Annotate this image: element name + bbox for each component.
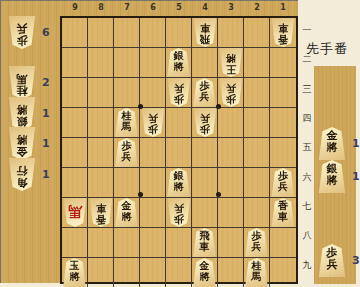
piece-kanji: 香 xyxy=(278,34,288,45)
piece-kanji: 車 xyxy=(200,23,210,34)
board-cell-15[interactable] xyxy=(270,138,296,168)
board-cell-72[interactable] xyxy=(114,48,140,78)
piece-kanji: 歩 xyxy=(278,170,288,181)
gote-hand-count-N: 2 xyxy=(42,76,50,89)
sente-hand-piece-S[interactable]: 銀將 xyxy=(318,160,346,193)
piece-kanji: 兵 xyxy=(122,151,132,162)
board-cell-79[interactable] xyxy=(114,258,140,287)
board-piece-97[interactable]: 馬 xyxy=(63,198,87,227)
sente-hand-count-P: 3 xyxy=(352,254,360,267)
board-cell-99[interactable]: 玉將 xyxy=(62,258,88,287)
board-cell-41[interactable]: 飛車 xyxy=(192,18,218,48)
board-piece-32[interactable]: 王將 xyxy=(219,48,243,77)
board-cell-39[interactable] xyxy=(218,258,244,287)
gote-hand-count-G: 1 xyxy=(42,137,50,150)
piece-kanji: 角 xyxy=(17,176,28,188)
piece-kanji: 兵 xyxy=(174,83,184,94)
board-cell-61[interactable] xyxy=(140,18,166,48)
board-piece-17[interactable]: 香車 xyxy=(271,198,295,227)
board-cell-54[interactable] xyxy=(166,108,192,138)
board-cell-35[interactable] xyxy=(218,138,244,168)
file-label: 6 xyxy=(140,3,166,12)
board-cell-32[interactable]: 王將 xyxy=(218,48,244,78)
rank-label: 六 xyxy=(300,163,314,192)
rank-label: 三 xyxy=(300,75,314,104)
piece-kanji: 香 xyxy=(278,200,288,211)
gote-hand-piece-P[interactable]: 歩兵 xyxy=(8,16,36,49)
piece-kanji: 馬 xyxy=(17,72,28,84)
board-piece-87[interactable]: 香車 xyxy=(89,198,113,227)
board-cell-27[interactable] xyxy=(244,198,270,228)
board-cell-33[interactable]: 歩兵 xyxy=(218,78,244,108)
board-piece-28[interactable]: 歩兵 xyxy=(245,228,269,257)
board-piece-44[interactable]: 歩兵 xyxy=(193,108,217,137)
board-piece-16[interactable]: 歩兵 xyxy=(271,168,295,197)
board-cell-87[interactable]: 香車 xyxy=(88,198,114,228)
gote-hand-tray: 歩兵6桂馬2銀將1金將1角行1 xyxy=(8,0,62,287)
board-cell-75[interactable]: 歩兵 xyxy=(114,138,140,168)
piece-kanji: 金 xyxy=(122,200,132,211)
board-cell-83[interactable] xyxy=(88,78,114,108)
piece-kanji: 王 xyxy=(226,64,236,75)
board-piece-11[interactable]: 香車 xyxy=(271,18,295,47)
board-cell-37[interactable] xyxy=(218,198,244,228)
piece-kanji: 銀 xyxy=(17,115,28,127)
board-cell-63[interactable] xyxy=(140,78,166,108)
board-cell-73[interactable] xyxy=(114,78,140,108)
board-cell-77[interactable]: 金將 xyxy=(114,198,140,228)
file-label: 4 xyxy=(192,3,218,12)
rank-label: 九 xyxy=(300,251,314,280)
board-cell-52[interactable]: 銀將 xyxy=(166,48,192,78)
board-cell-29[interactable]: 桂馬 xyxy=(244,258,270,287)
sente-hand-count-S: 1 xyxy=(352,170,360,183)
piece-kanji: 車 xyxy=(96,203,106,214)
board-cell-53[interactable]: 歩兵 xyxy=(166,78,192,108)
board-cell-45[interactable] xyxy=(192,138,218,168)
rank-label: 五 xyxy=(300,133,314,162)
board-cell-38[interactable] xyxy=(218,228,244,258)
piece-kanji: 歩 xyxy=(226,94,236,105)
board-piece-41[interactable]: 飛車 xyxy=(193,18,217,47)
piece-kanji: 兵 xyxy=(327,259,338,271)
piece-kanji: 車 xyxy=(278,211,288,222)
board-cell-64[interactable]: 歩兵 xyxy=(140,108,166,138)
board-cell-97[interactable]: 馬 xyxy=(62,198,88,228)
piece-kanji: 兵 xyxy=(17,22,28,34)
piece-kanji: 馬 xyxy=(252,271,262,282)
board-cell-12[interactable] xyxy=(270,48,296,78)
board-cell-96[interactable] xyxy=(62,168,88,198)
file-label: 7 xyxy=(114,3,140,12)
board-cell-95[interactable] xyxy=(62,138,88,168)
board-cell-57[interactable]: 歩兵 xyxy=(166,198,192,228)
gote-hand-piece-N[interactable]: 桂馬 xyxy=(8,66,36,99)
board-piece-99[interactable]: 玉將 xyxy=(63,258,87,287)
board-cell-86[interactable] xyxy=(88,168,114,198)
file-label: 2 xyxy=(244,3,270,12)
board-cell-65[interactable] xyxy=(140,138,166,168)
hoshi-dot xyxy=(216,192,221,197)
piece-kanji: 兵 xyxy=(200,91,210,102)
board-cell-58[interactable] xyxy=(166,228,192,258)
gote-hand-piece-B[interactable]: 角行 xyxy=(8,158,36,191)
piece-kanji: 歩 xyxy=(174,94,184,105)
piece-kanji: 桂 xyxy=(17,84,28,96)
piece-kanji: 兵 xyxy=(226,83,236,94)
piece-kanji: 行 xyxy=(17,164,28,176)
piece-kanji: 車 xyxy=(278,23,288,34)
board-cell-42[interactable] xyxy=(192,48,218,78)
piece-kanji: 歩 xyxy=(200,124,210,135)
piece-kanji: 馬 xyxy=(122,121,132,132)
board-cell-94[interactable] xyxy=(62,108,88,138)
file-label: 1 xyxy=(270,3,296,12)
board-piece-74[interactable]: 桂馬 xyxy=(115,108,139,137)
gote-hand-slot-B: 角行1 xyxy=(8,158,50,191)
piece-kanji: 桂 xyxy=(122,110,132,121)
board-piece-43[interactable]: 歩兵 xyxy=(193,78,217,107)
piece-kanji: 馬 xyxy=(68,204,82,219)
gote-hand-piece-G[interactable]: 金將 xyxy=(8,127,36,160)
file-label: 5 xyxy=(166,3,192,12)
board-cell-56[interactable]: 銀將 xyxy=(166,168,192,198)
board-cell-71[interactable] xyxy=(114,18,140,48)
board-cell-18[interactable] xyxy=(270,228,296,258)
gote-hand-slot-S: 銀將1 xyxy=(8,97,50,130)
board-cell-17[interactable]: 香車 xyxy=(270,198,296,228)
shogi-app-window: 987654321 一二三四五六七八九 先手番 飛車香車銀將王將歩兵歩兵歩兵桂馬… xyxy=(0,0,360,287)
board-cell-43[interactable]: 歩兵 xyxy=(192,78,218,108)
board-cell-21[interactable] xyxy=(244,18,270,48)
board-cell-91[interactable] xyxy=(62,18,88,48)
piece-kanji: 將 xyxy=(174,181,184,192)
piece-kanji: 歩 xyxy=(252,230,262,241)
board-piece-75[interactable]: 歩兵 xyxy=(115,138,139,167)
shogi-board: 飛車香車銀將王將歩兵歩兵歩兵桂馬歩兵歩兵歩兵銀將歩兵馬香車金將歩兵香車飛車歩兵玉… xyxy=(60,16,298,284)
piece-kanji: 兵 xyxy=(200,113,210,124)
board-cell-24[interactable] xyxy=(244,108,270,138)
board-cell-22[interactable] xyxy=(244,48,270,78)
board-cell-47[interactable] xyxy=(192,198,218,228)
board-cell-93[interactable] xyxy=(62,78,88,108)
board-piece-53[interactable]: 歩兵 xyxy=(167,78,191,107)
board-cell-44[interactable]: 歩兵 xyxy=(192,108,218,138)
piece-kanji: 飛 xyxy=(200,34,210,45)
board-cell-89[interactable] xyxy=(88,258,114,287)
board-piece-49[interactable]: 金將 xyxy=(193,258,217,287)
board-piece-57[interactable]: 歩兵 xyxy=(167,198,191,227)
board-cell-68[interactable] xyxy=(140,228,166,258)
piece-kanji: 將 xyxy=(17,133,28,145)
piece-kanji: 玉 xyxy=(70,260,80,271)
piece-kanji: 歩 xyxy=(148,124,158,135)
piece-kanji: 將 xyxy=(70,271,80,282)
board-cell-49[interactable]: 金將 xyxy=(192,258,218,287)
piece-kanji: 車 xyxy=(200,241,210,252)
piece-kanji: 銀 xyxy=(174,50,184,61)
sente-hand-piece-G[interactable]: 金將 xyxy=(318,127,346,160)
gote-hand-slot-N: 桂馬2 xyxy=(8,66,50,99)
board-cell-69[interactable] xyxy=(140,258,166,287)
piece-kanji: 歩 xyxy=(122,140,132,151)
rank-label: 四 xyxy=(300,104,314,133)
gote-hand-count-B: 1 xyxy=(42,168,50,181)
board-cell-98[interactable] xyxy=(62,228,88,258)
piece-kanji: 金 xyxy=(200,260,210,271)
piece-kanji: 飛 xyxy=(200,230,210,241)
gote-hand-slot-G: 金將1 xyxy=(8,127,50,160)
hoshi-dot xyxy=(138,104,143,109)
sente-hand-slot-P: 歩兵3 xyxy=(318,244,360,277)
rank-label: 八 xyxy=(300,221,314,250)
board-cell-82[interactable] xyxy=(88,48,114,78)
piece-kanji: 香 xyxy=(96,214,106,225)
piece-kanji: 歩 xyxy=(174,214,184,225)
board-piece-64[interactable]: 歩兵 xyxy=(141,108,165,137)
gote-hand-slot-P: 歩兵6 xyxy=(8,16,50,49)
board-cell-28[interactable]: 歩兵 xyxy=(244,228,270,258)
board-cell-46[interactable] xyxy=(192,168,218,198)
piece-kanji: 將 xyxy=(122,211,132,222)
piece-kanji: 將 xyxy=(327,175,338,187)
piece-kanji: 歩 xyxy=(17,34,28,46)
board-cell-88[interactable] xyxy=(88,228,114,258)
board-cell-76[interactable] xyxy=(114,168,140,198)
file-label: 3 xyxy=(218,3,244,12)
board-cell-85[interactable] xyxy=(88,138,114,168)
board-cell-78[interactable] xyxy=(114,228,140,258)
piece-kanji: 兵 xyxy=(174,203,184,214)
board-piece-33[interactable]: 歩兵 xyxy=(219,78,243,107)
sente-hand-piece-P[interactable]: 歩兵 xyxy=(318,244,346,277)
piece-kanji: 兵 xyxy=(148,113,158,124)
piece-kanji: 金 xyxy=(17,145,28,157)
board-cell-81[interactable] xyxy=(88,18,114,48)
sente-hand-slot-S: 銀將1 xyxy=(318,160,360,193)
hoshi-dot xyxy=(216,104,221,109)
sente-hand-slot-G: 金將1 xyxy=(318,127,360,160)
board-cell-31[interactable] xyxy=(218,18,244,48)
board-cell-25[interactable] xyxy=(244,138,270,168)
file-coordinate-labels: 987654321 xyxy=(62,3,296,12)
board-cell-13[interactable] xyxy=(270,78,296,108)
board-cell-92[interactable] xyxy=(62,48,88,78)
board-cell-55[interactable] xyxy=(166,138,192,168)
file-label: 9 xyxy=(62,3,88,12)
piece-kanji: 將 xyxy=(226,53,236,64)
hoshi-dot xyxy=(138,192,143,197)
gote-hand-piece-S[interactable]: 銀將 xyxy=(8,97,36,130)
piece-kanji: 兵 xyxy=(252,241,262,252)
piece-kanji: 兵 xyxy=(278,181,288,192)
board-piece-52[interactable]: 銀將 xyxy=(167,48,191,77)
piece-kanji: 歩 xyxy=(200,80,210,91)
sente-hand-tray: 金將1銀將1歩兵3 xyxy=(318,0,358,287)
board-cell-66[interactable] xyxy=(140,168,166,198)
board-cell-48[interactable]: 飛車 xyxy=(192,228,218,258)
board-cell-34[interactable] xyxy=(218,108,244,138)
piece-kanji: 將 xyxy=(174,61,184,72)
gote-hand-count-P: 6 xyxy=(42,26,50,39)
board-piece-48[interactable]: 飛車 xyxy=(193,228,217,257)
board-cell-67[interactable] xyxy=(140,198,166,228)
board-cell-36[interactable] xyxy=(218,168,244,198)
board-cell-11[interactable]: 香車 xyxy=(270,18,296,48)
piece-kanji: 將 xyxy=(327,142,338,154)
board-cell-84[interactable] xyxy=(88,108,114,138)
board-piece-56[interactable]: 銀將 xyxy=(167,168,191,197)
gote-hand-count-S: 1 xyxy=(42,107,50,120)
board-cell-59[interactable] xyxy=(166,258,192,287)
board-cell-51[interactable] xyxy=(166,18,192,48)
rank-label: 七 xyxy=(300,192,314,221)
board-cell-62[interactable] xyxy=(140,48,166,78)
board-cell-74[interactable]: 桂馬 xyxy=(114,108,140,138)
board-cell-19[interactable] xyxy=(270,258,296,287)
board-cell-16[interactable]: 歩兵 xyxy=(270,168,296,198)
piece-kanji: 將 xyxy=(200,271,210,282)
sente-hand-count-G: 1 xyxy=(352,137,360,150)
piece-kanji: 桂 xyxy=(252,260,262,271)
file-label: 8 xyxy=(88,3,114,12)
board-piece-29[interactable]: 桂馬 xyxy=(245,258,269,287)
board-cell-23[interactable] xyxy=(244,78,270,108)
board-cell-26[interactable] xyxy=(244,168,270,198)
piece-kanji: 將 xyxy=(17,103,28,115)
piece-kanji: 銀 xyxy=(174,170,184,181)
board-cell-14[interactable] xyxy=(270,108,296,138)
board-piece-77[interactable]: 金將 xyxy=(115,198,139,227)
